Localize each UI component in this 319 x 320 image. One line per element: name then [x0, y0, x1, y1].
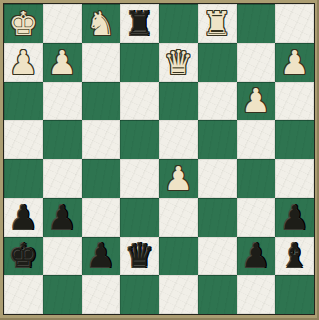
square-h7[interactable]: ♟: [275, 43, 314, 82]
square-h4[interactable]: [275, 159, 314, 198]
square-b4[interactable]: [43, 159, 82, 198]
square-e3[interactable]: [159, 198, 198, 237]
square-d3[interactable]: [120, 198, 159, 237]
square-f5[interactable]: [198, 120, 237, 159]
square-e7[interactable]: ♛: [159, 43, 198, 82]
square-f3[interactable]: [198, 198, 237, 237]
square-c6[interactable]: [82, 82, 121, 121]
square-a6[interactable]: [4, 82, 43, 121]
square-b6[interactable]: [43, 82, 82, 121]
white-pawn-h7[interactable]: ♟: [280, 44, 310, 82]
square-a4[interactable]: [4, 159, 43, 198]
square-c3[interactable]: [82, 198, 121, 237]
square-d2[interactable]: ♛: [120, 237, 159, 276]
square-a3[interactable]: ♟: [4, 198, 43, 237]
white-pawn-e4[interactable]: ♟: [164, 160, 194, 198]
square-f2[interactable]: [198, 237, 237, 276]
square-e4[interactable]: ♟: [159, 159, 198, 198]
square-a8[interactable]: ♚: [4, 4, 43, 43]
square-d8[interactable]: ♜: [120, 4, 159, 43]
black-pawn-a3[interactable]: ♟: [9, 199, 39, 237]
square-d7[interactable]: [120, 43, 159, 82]
square-c2[interactable]: ♟: [82, 237, 121, 276]
square-g2[interactable]: ♟: [237, 237, 276, 276]
square-e6[interactable]: [159, 82, 198, 121]
square-d1[interactable]: [120, 275, 159, 314]
black-pawn-b3[interactable]: ♟: [47, 199, 77, 237]
white-knight-c8[interactable]: ♞: [86, 5, 116, 43]
white-king-a8[interactable]: ♚: [9, 5, 39, 43]
square-e2[interactable]: [159, 237, 198, 276]
square-g5[interactable]: [237, 120, 276, 159]
square-h5[interactable]: [275, 120, 314, 159]
black-pawn-h3[interactable]: ♟: [280, 199, 310, 237]
square-b7[interactable]: ♟: [43, 43, 82, 82]
black-pawn-g2[interactable]: ♟: [241, 237, 271, 275]
square-f4[interactable]: [198, 159, 237, 198]
square-c7[interactable]: [82, 43, 121, 82]
square-c4[interactable]: [82, 159, 121, 198]
square-g4[interactable]: [237, 159, 276, 198]
square-c1[interactable]: [82, 275, 121, 314]
square-b2[interactable]: [43, 237, 82, 276]
square-b3[interactable]: ♟: [43, 198, 82, 237]
square-g3[interactable]: [237, 198, 276, 237]
square-b8[interactable]: [43, 4, 82, 43]
square-a7[interactable]: ♟: [4, 43, 43, 82]
square-f7[interactable]: [198, 43, 237, 82]
black-rook-d8[interactable]: ♜: [125, 5, 155, 43]
black-pawn-c2[interactable]: ♟: [86, 237, 116, 275]
square-h6[interactable]: [275, 82, 314, 121]
white-queen-e7[interactable]: ♛: [164, 44, 194, 82]
white-rook-f8[interactable]: ♜: [202, 5, 232, 43]
square-d5[interactable]: [120, 120, 159, 159]
square-f6[interactable]: [198, 82, 237, 121]
white-pawn-a7[interactable]: ♟: [9, 44, 39, 82]
square-f1[interactable]: [198, 275, 237, 314]
square-e8[interactable]: [159, 4, 198, 43]
square-h3[interactable]: ♟: [275, 198, 314, 237]
chess-board: ♚♞♜♜♟♟♛♟♟♟♟♟♟♚♟♛♟♝: [3, 3, 315, 315]
square-h1[interactable]: [275, 275, 314, 314]
square-c8[interactable]: ♞: [82, 4, 121, 43]
white-pawn-g6[interactable]: ♟: [241, 82, 271, 120]
square-d4[interactable]: [120, 159, 159, 198]
square-c5[interactable]: [82, 120, 121, 159]
square-a5[interactable]: [4, 120, 43, 159]
black-bishop-h2[interactable]: ♝: [280, 237, 310, 275]
black-king-a2[interactable]: ♚: [9, 237, 39, 275]
square-h8[interactable]: [275, 4, 314, 43]
square-a1[interactable]: [4, 275, 43, 314]
square-d6[interactable]: [120, 82, 159, 121]
white-pawn-b7[interactable]: ♟: [47, 44, 77, 82]
black-queen-d2[interactable]: ♛: [125, 237, 155, 275]
square-f8[interactable]: ♜: [198, 4, 237, 43]
square-g1[interactable]: [237, 275, 276, 314]
square-b1[interactable]: [43, 275, 82, 314]
square-e1[interactable]: [159, 275, 198, 314]
square-b5[interactable]: [43, 120, 82, 159]
square-g6[interactable]: ♟: [237, 82, 276, 121]
square-h2[interactable]: ♝: [275, 237, 314, 276]
square-g7[interactable]: [237, 43, 276, 82]
square-a2[interactable]: ♚: [4, 237, 43, 276]
board-frame: ♚♞♜♜♟♟♛♟♟♟♟♟♟♚♟♛♟♝: [0, 0, 319, 320]
square-e5[interactable]: [159, 120, 198, 159]
square-g8[interactable]: [237, 4, 276, 43]
